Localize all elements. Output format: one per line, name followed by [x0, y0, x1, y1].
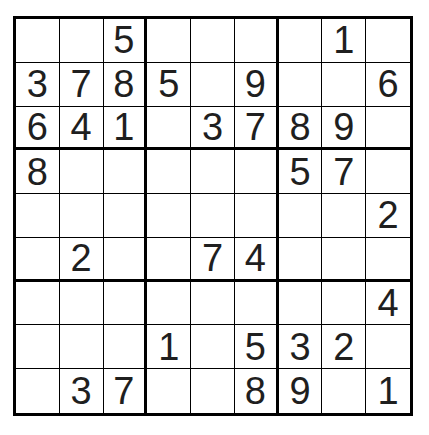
cell-r6c3[interactable] [104, 238, 148, 282]
cell-r9c7[interactable]: 9 [279, 369, 323, 413]
cell-r7c5[interactable] [191, 282, 235, 326]
cell-r9c5[interactable] [191, 369, 235, 413]
cell-r1c9[interactable] [366, 19, 410, 63]
cell-r5c4[interactable] [147, 194, 191, 238]
cell-r1c2[interactable] [60, 19, 104, 63]
cell-r9c4[interactable] [147, 369, 191, 413]
cell-r2c7[interactable] [279, 63, 323, 107]
cell-r5c9[interactable]: 2 [366, 194, 410, 238]
cell-r6c7[interactable] [279, 238, 323, 282]
cell-r5c3[interactable] [104, 194, 148, 238]
cell-r3c1[interactable]: 6 [16, 107, 60, 151]
cell-r8c7[interactable]: 3 [279, 325, 323, 369]
cell-r4c8[interactable]: 7 [322, 150, 366, 194]
cell-r1c7[interactable] [279, 19, 323, 63]
cell-r7c3[interactable] [104, 282, 148, 326]
cell-r1c6[interactable] [235, 19, 279, 63]
cell-r6c6[interactable]: 4 [235, 238, 279, 282]
cell-r1c5[interactable] [191, 19, 235, 63]
cell-r9c2[interactable]: 3 [60, 369, 104, 413]
sudoku-page: 51378596641378985722744153237891 [0, 0, 429, 435]
cell-r5c6[interactable] [235, 194, 279, 238]
cell-r2c5[interactable] [191, 63, 235, 107]
cell-r2c8[interactable] [322, 63, 366, 107]
cell-r4c6[interactable] [235, 150, 279, 194]
cell-r2c1[interactable]: 3 [16, 63, 60, 107]
cell-r2c9[interactable]: 6 [366, 63, 410, 107]
cell-r4c9[interactable] [366, 150, 410, 194]
cell-r2c2[interactable]: 7 [60, 63, 104, 107]
cell-r7c1[interactable] [16, 282, 60, 326]
cell-r4c2[interactable] [60, 150, 104, 194]
cell-r2c3[interactable]: 8 [104, 63, 148, 107]
cell-r3c7[interactable]: 8 [279, 107, 323, 151]
cell-r3c4[interactable] [147, 107, 191, 151]
cell-r8c6[interactable]: 5 [235, 325, 279, 369]
cell-r6c4[interactable] [147, 238, 191, 282]
cell-r4c3[interactable] [104, 150, 148, 194]
cell-r3c3[interactable]: 1 [104, 107, 148, 151]
cell-r4c4[interactable] [147, 150, 191, 194]
cell-r4c5[interactable] [191, 150, 235, 194]
cell-r5c8[interactable] [322, 194, 366, 238]
cell-r8c3[interactable] [104, 325, 148, 369]
cell-r6c1[interactable] [16, 238, 60, 282]
cell-r3c2[interactable]: 4 [60, 107, 104, 151]
cell-r3c8[interactable]: 9 [322, 107, 366, 151]
cell-r1c1[interactable] [16, 19, 60, 63]
cell-r2c4[interactable]: 5 [147, 63, 191, 107]
cell-r8c9[interactable] [366, 325, 410, 369]
cell-r9c6[interactable]: 8 [235, 369, 279, 413]
cell-r5c2[interactable] [60, 194, 104, 238]
cell-r5c7[interactable] [279, 194, 323, 238]
cell-r1c4[interactable] [147, 19, 191, 63]
cell-r7c2[interactable] [60, 282, 104, 326]
cell-r7c4[interactable] [147, 282, 191, 326]
cell-r1c8[interactable]: 1 [322, 19, 366, 63]
cell-r5c1[interactable] [16, 194, 60, 238]
cell-r6c2[interactable]: 2 [60, 238, 104, 282]
cell-r1c3[interactable]: 5 [104, 19, 148, 63]
cell-r8c2[interactable] [60, 325, 104, 369]
cell-r5c5[interactable] [191, 194, 235, 238]
cell-r8c8[interactable]: 2 [322, 325, 366, 369]
cell-r4c1[interactable]: 8 [16, 150, 60, 194]
cell-r6c9[interactable] [366, 238, 410, 282]
cell-r6c8[interactable] [322, 238, 366, 282]
cell-r7c8[interactable] [322, 282, 366, 326]
cell-r7c7[interactable] [279, 282, 323, 326]
cell-r3c6[interactable]: 7 [235, 107, 279, 151]
sudoku-board: 51378596641378985722744153237891 [13, 16, 413, 416]
cell-r6c5[interactable]: 7 [191, 238, 235, 282]
cell-r3c5[interactable]: 3 [191, 107, 235, 151]
cell-r9c1[interactable] [16, 369, 60, 413]
cell-r7c6[interactable] [235, 282, 279, 326]
cell-r8c5[interactable] [191, 325, 235, 369]
cell-r3c9[interactable] [366, 107, 410, 151]
cell-r8c4[interactable]: 1 [147, 325, 191, 369]
cell-r7c9[interactable]: 4 [366, 282, 410, 326]
cell-r4c7[interactable]: 5 [279, 150, 323, 194]
cell-r9c8[interactable] [322, 369, 366, 413]
cell-r9c3[interactable]: 7 [104, 369, 148, 413]
cell-r8c1[interactable] [16, 325, 60, 369]
cell-r9c9[interactable]: 1 [366, 369, 410, 413]
cell-r2c6[interactable]: 9 [235, 63, 279, 107]
